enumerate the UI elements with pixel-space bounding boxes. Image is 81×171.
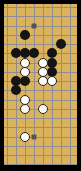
grid-line-horizontal: [0, 164, 81, 165]
go-diagram: [0, 0, 81, 171]
white-stone: [20, 67, 30, 77]
black-stone: [20, 30, 30, 40]
white-stone: [20, 132, 30, 142]
grid-line-horizontal: [0, 7, 81, 8]
go-board[interactable]: [0, 0, 81, 171]
black-stone: [56, 39, 66, 49]
grid-line-horizontal: [0, 118, 81, 119]
grid-line-horizontal: [0, 44, 81, 45]
star-point: [32, 23, 37, 28]
star-point: [32, 134, 37, 139]
grid-line-horizontal: [0, 26, 81, 27]
grid-line-horizontal: [0, 100, 81, 101]
grid-line-horizontal: [0, 16, 81, 17]
black-stone: [29, 48, 39, 58]
grid-line-horizontal: [0, 35, 81, 36]
black-stone: [20, 76, 30, 86]
grid-line-vertical: [7, 0, 8, 171]
grid-line-vertical: [70, 0, 71, 171]
grid-line-horizontal: [0, 155, 81, 156]
black-stone: [11, 85, 21, 95]
white-stone: [20, 104, 30, 114]
grid-line-horizontal: [0, 146, 81, 147]
grid-line-vertical: [79, 0, 80, 171]
white-stone: [38, 104, 48, 114]
grid-line-horizontal: [0, 127, 81, 128]
grid-line-vertical: [61, 0, 62, 171]
white-stone: [47, 76, 57, 86]
grid-line-horizontal: [0, 137, 81, 138]
